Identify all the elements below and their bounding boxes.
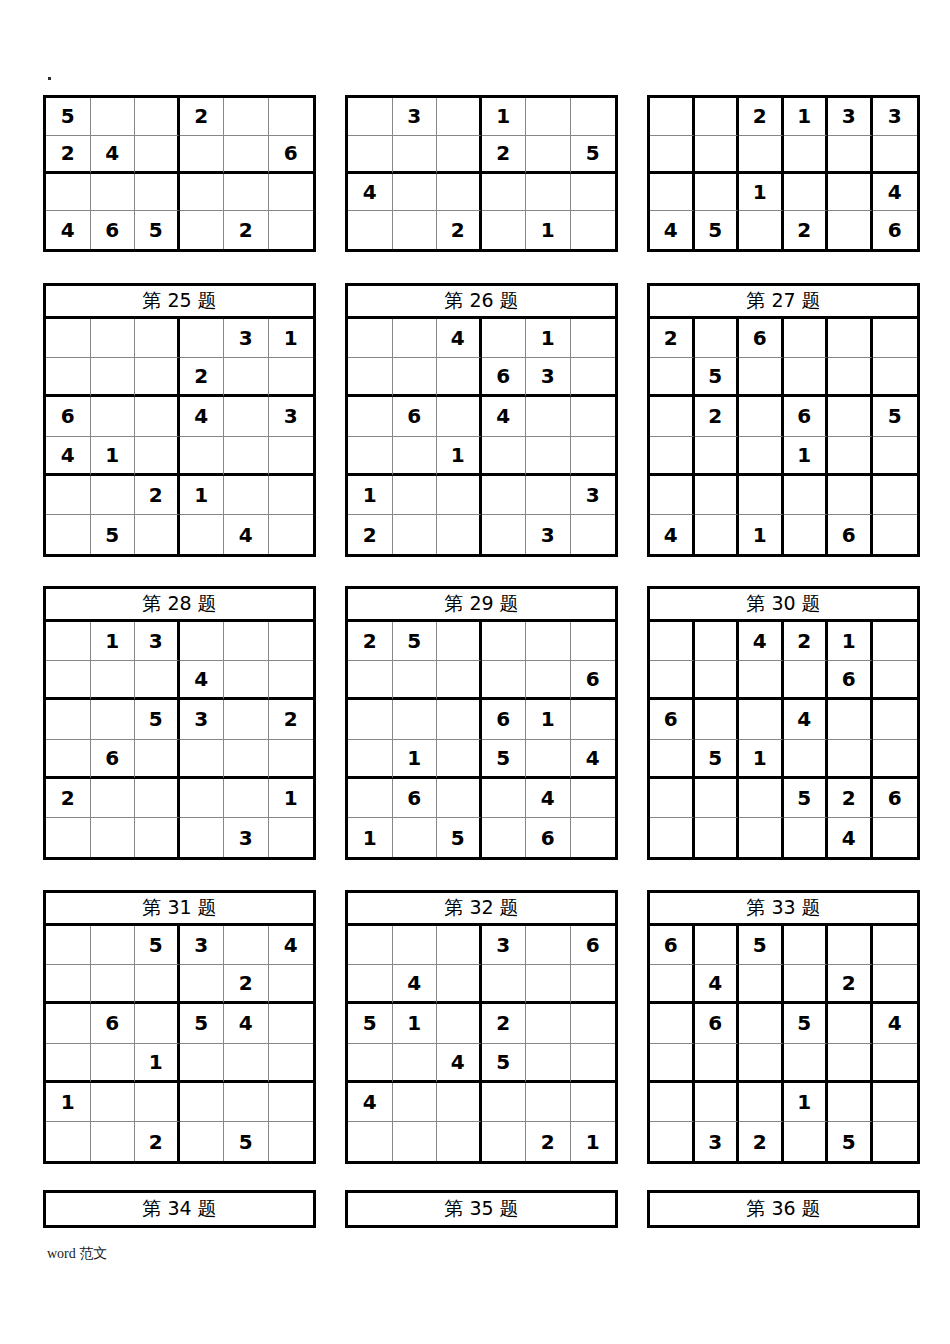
cell-r6c4[interactable]	[482, 515, 527, 554]
cell-r5c3[interactable]	[135, 1083, 180, 1122]
cell-r5c2[interactable]	[393, 476, 438, 515]
cell-r4c3[interactable]	[135, 437, 180, 476]
cell-r4c4[interactable]	[784, 1044, 829, 1083]
cell-r1c3[interactable]	[437, 622, 482, 661]
cell-r6c4[interactable]	[482, 1122, 527, 1161]
cell-r6c4[interactable]	[180, 818, 225, 857]
cell-r4c1[interactable]	[348, 740, 393, 779]
cell-r2c6[interactable]	[571, 965, 616, 1004]
cell-r2c4[interactable]	[482, 965, 527, 1004]
cell-r1c1[interactable]	[46, 319, 91, 358]
cell-r2c2[interactable]	[91, 358, 136, 397]
cell-r1c6[interactable]	[269, 98, 314, 136]
cell-r5c6[interactable]	[571, 1083, 616, 1122]
cell-r2c1[interactable]	[650, 136, 695, 174]
cell-r4c1[interactable]	[46, 740, 91, 779]
cell-r3c2[interactable]	[91, 174, 136, 212]
cell-r3c6[interactable]	[873, 700, 918, 739]
cell-r5c6[interactable]	[269, 476, 314, 515]
cell-r6c6[interactable]	[269, 818, 314, 857]
cell-r6c4[interactable]	[784, 1122, 829, 1161]
cell-r1c6[interactable]	[873, 622, 918, 661]
cell-r1c5[interactable]	[526, 98, 571, 136]
cell-r4c5[interactable]	[224, 437, 269, 476]
cell-r1c6[interactable]	[873, 926, 918, 965]
cell-r1c5[interactable]	[828, 319, 873, 358]
cell-r2c1[interactable]	[46, 358, 91, 397]
cell-r6c3[interactable]	[437, 1122, 482, 1161]
puzzle-28-title: 第 28 题	[46, 589, 313, 622]
cell-r5c1: 2	[46, 779, 91, 818]
cell-r3c5[interactable]	[828, 1004, 873, 1043]
cell-r4c1[interactable]	[348, 437, 393, 476]
cell-r3c3[interactable]	[437, 397, 482, 436]
cell-r1c1[interactable]	[650, 98, 695, 136]
cell-r2c3[interactable]	[437, 358, 482, 397]
cell-r1c5[interactable]	[828, 926, 873, 965]
cell-r2c3[interactable]	[739, 136, 784, 174]
puzzle-row-28-30: 第 28 题 1345326213 第 29 题 2566115464156 第…	[43, 586, 920, 860]
cell-r1c2[interactable]	[91, 98, 136, 136]
cell-r3c3[interactable]	[437, 174, 482, 212]
cell-r4c6[interactable]	[269, 437, 314, 476]
cell-r3c3[interactable]	[437, 1004, 482, 1043]
cell-r6c6[interactable]	[571, 818, 616, 857]
cell-r1c5[interactable]	[224, 926, 269, 965]
cell-r5c5[interactable]	[224, 779, 269, 818]
cell-r4c6[interactable]	[269, 740, 314, 779]
cell-r5c3[interactable]	[437, 1083, 482, 1122]
cell-r4c1[interactable]	[650, 740, 695, 779]
cell-r3c2[interactable]	[91, 700, 136, 739]
cell-r6c2[interactable]	[393, 1122, 438, 1161]
cell-r4c6[interactable]	[873, 1044, 918, 1083]
cell-r2c6[interactable]	[571, 358, 616, 397]
cell-r6c1[interactable]	[46, 1122, 91, 1161]
cell-r6c4[interactable]	[784, 818, 829, 857]
cell-r2c5[interactable]	[224, 136, 269, 174]
cell-r2c5[interactable]	[828, 358, 873, 397]
cell-r5c6[interactable]	[571, 779, 616, 818]
cell-r3c5[interactable]	[526, 1004, 571, 1043]
cell-r5c5[interactable]	[224, 476, 269, 515]
cell-r6c3[interactable]	[135, 515, 180, 554]
cell-r6c1[interactable]	[650, 1122, 695, 1161]
cell-r6c5: 3	[224, 818, 269, 857]
cell-r2c3[interactable]	[437, 965, 482, 1004]
cell-r2c2[interactable]	[393, 358, 438, 397]
cell-r3c6[interactable]	[269, 1004, 314, 1043]
cell-r1c2[interactable]	[91, 926, 136, 965]
cell-r1c1[interactable]	[46, 622, 91, 661]
cell-r6c2[interactable]	[91, 818, 136, 857]
cell-r5c6[interactable]	[873, 476, 918, 515]
cell-r1c2[interactable]	[91, 319, 136, 358]
cell-r4c6[interactable]	[269, 1044, 314, 1083]
cell-r3c1[interactable]	[46, 174, 91, 212]
cell-r2c3[interactable]	[739, 965, 784, 1004]
cell-r4c5[interactable]	[224, 1044, 269, 1083]
cell-r6c2[interactable]	[695, 515, 740, 554]
cell-r2c3[interactable]	[135, 965, 180, 1004]
cell-r4c3[interactable]	[739, 211, 784, 249]
cell-r5c2[interactable]	[393, 1083, 438, 1122]
cell-r2c4[interactable]	[180, 965, 225, 1004]
cell-r2c1[interactable]	[348, 965, 393, 1004]
cell-r3c4: 2	[482, 1004, 527, 1043]
cell-r3c3[interactable]	[135, 1004, 180, 1043]
cell-r5c3[interactable]	[437, 476, 482, 515]
cell-r3c5[interactable]	[526, 174, 571, 212]
cell-r5c3[interactable]	[739, 779, 784, 818]
cell-r2c4[interactable]	[482, 661, 527, 700]
cell-r1c3[interactable]	[135, 98, 180, 136]
pending-titlebars-row: 第 34 题 第 35 题 第 36 题	[43, 1190, 920, 1228]
cell-r2c3[interactable]	[437, 136, 482, 174]
cell-r3c3[interactable]	[437, 700, 482, 739]
cell-r4c1[interactable]	[650, 1044, 695, 1083]
cell-r2c6[interactable]	[873, 358, 918, 397]
cell-r6c6[interactable]	[873, 1122, 918, 1161]
cell-r5c2[interactable]	[695, 476, 740, 515]
cell-r4c6[interactable]	[269, 211, 314, 249]
cell-r3c2[interactable]	[393, 700, 438, 739]
cell-r6c6[interactable]	[269, 515, 314, 554]
cell-r4c5[interactable]	[526, 437, 571, 476]
cell-r4c1[interactable]	[348, 211, 393, 249]
cell-r5c6[interactable]	[873, 1083, 918, 1122]
cell-r2c3[interactable]	[437, 661, 482, 700]
cell-r2c2[interactable]	[91, 965, 136, 1004]
cell-r2c6[interactable]	[269, 661, 314, 700]
cell-r6c1[interactable]	[650, 818, 695, 857]
cell-r4c2[interactable]	[695, 437, 740, 476]
cell-r2c4: 4	[180, 661, 225, 700]
cell-r3c2[interactable]	[695, 174, 740, 212]
cell-r1c5[interactable]	[224, 98, 269, 136]
cell-r6c1[interactable]	[348, 1122, 393, 1161]
cell-r4c5[interactable]	[828, 437, 873, 476]
cell-r3c1[interactable]	[348, 397, 393, 436]
cell-r2c5: 6	[828, 661, 873, 700]
cell-r4c6[interactable]	[571, 1044, 616, 1083]
cell-r6c4[interactable]	[784, 515, 829, 554]
cell-r4c5[interactable]	[828, 740, 873, 779]
cell-r2c5[interactable]	[526, 136, 571, 174]
cell-r2c5[interactable]	[526, 661, 571, 700]
cell-r5c5[interactable]	[526, 476, 571, 515]
cell-r1c6[interactable]	[873, 319, 918, 358]
puzzle-31-grid: 53426541125	[46, 926, 313, 1161]
cell-r3c4[interactable]	[482, 174, 527, 212]
cell-r1c4[interactable]	[482, 622, 527, 661]
cell-r2c3[interactable]	[739, 358, 784, 397]
cell-r4c3[interactable]	[739, 1044, 784, 1083]
cell-r5c5[interactable]	[526, 1083, 571, 1122]
stray-period-mark	[48, 77, 51, 80]
cell-r1c4[interactable]	[180, 319, 225, 358]
puzzle-33: 第 33 题 65426541325	[647, 890, 920, 1164]
cell-r2c2[interactable]	[393, 136, 438, 174]
puzzle-32-title: 第 32 题	[348, 893, 615, 926]
cell-r3c3[interactable]	[739, 397, 784, 436]
cell-r2c6[interactable]	[269, 358, 314, 397]
cell-r6c4[interactable]	[482, 818, 527, 857]
cell-r5c2[interactable]	[695, 1083, 740, 1122]
cell-r3c2[interactable]	[91, 397, 136, 436]
cell-r3c5[interactable]	[224, 397, 269, 436]
cell-r2c4[interactable]	[784, 136, 829, 174]
cell-r3c5[interactable]	[828, 174, 873, 212]
cell-r1c2[interactable]	[695, 98, 740, 136]
cell-r5c3[interactable]	[437, 779, 482, 818]
cell-r2c6[interactable]	[873, 136, 918, 174]
cell-r5c1: 1	[348, 476, 393, 515]
cell-r6c3: 2	[739, 1122, 784, 1161]
cell-r3c3[interactable]	[135, 397, 180, 436]
cell-r1c2[interactable]	[695, 319, 740, 358]
cell-r3c6[interactable]	[571, 174, 616, 212]
cell-r1c2[interactable]	[695, 926, 740, 965]
cell-r5c4[interactable]	[482, 1083, 527, 1122]
cell-r2c2: 5	[695, 358, 740, 397]
cell-r4c6[interactable]	[571, 437, 616, 476]
cell-r4c4[interactable]	[180, 740, 225, 779]
cell-r6c6[interactable]	[873, 818, 918, 857]
cell-r1c1[interactable]	[650, 622, 695, 661]
cell-r2c4[interactable]	[784, 661, 829, 700]
cell-r5c3: 2	[135, 476, 180, 515]
cell-r6c2[interactable]	[91, 1122, 136, 1161]
cell-r3c6[interactable]	[269, 174, 314, 212]
cell-r6c1[interactable]	[46, 515, 91, 554]
cell-r3c4[interactable]	[784, 174, 829, 212]
cell-r5c2[interactable]	[91, 779, 136, 818]
cell-r1c6[interactable]	[571, 98, 616, 136]
cell-r2c5: 2	[224, 965, 269, 1004]
cell-r1c6[interactable]	[571, 319, 616, 358]
cell-r5c2[interactable]	[91, 1083, 136, 1122]
cell-r2c1[interactable]	[46, 661, 91, 700]
cell-r5c6[interactable]	[269, 1083, 314, 1122]
cell-r1c1[interactable]	[46, 926, 91, 965]
cell-r3c1[interactable]	[46, 1004, 91, 1043]
cell-r4c3[interactable]	[437, 740, 482, 779]
puzzle-26: 第 26 题 41636411323	[345, 283, 618, 557]
cell-r2c5[interactable]	[828, 136, 873, 174]
cell-r3c5[interactable]	[526, 397, 571, 436]
cell-r2c5[interactable]	[526, 965, 571, 1004]
cell-r2c2[interactable]	[695, 661, 740, 700]
cell-r1c4: 3	[482, 926, 527, 965]
cell-r4c1[interactable]	[348, 1044, 393, 1083]
cell-r1c2[interactable]	[393, 319, 438, 358]
cell-r1c2[interactable]	[695, 622, 740, 661]
cell-r3c6[interactable]	[571, 1004, 616, 1043]
cell-r6c3[interactable]	[135, 818, 180, 857]
cell-r5c1[interactable]	[650, 476, 695, 515]
cell-r3c5[interactable]	[224, 174, 269, 212]
cell-r4c1[interactable]	[46, 1044, 91, 1083]
cell-r4c2: 5	[695, 211, 740, 249]
cell-r4c6[interactable]	[873, 437, 918, 476]
cell-r2c4[interactable]	[784, 965, 829, 1004]
cell-r5c3[interactable]	[739, 1083, 784, 1122]
cell-r5c1[interactable]	[650, 1083, 695, 1122]
cell-r3c3[interactable]	[739, 700, 784, 739]
cell-r2c1[interactable]	[650, 358, 695, 397]
cell-r4c3[interactable]	[135, 740, 180, 779]
cell-r6c6[interactable]	[269, 1122, 314, 1161]
cell-r2c6[interactable]	[873, 661, 918, 700]
cell-r4c3[interactable]	[739, 437, 784, 476]
cell-r6c5: 3	[526, 515, 571, 554]
cell-r3c1[interactable]	[46, 700, 91, 739]
cell-r6c1[interactable]	[46, 818, 91, 857]
cell-r5c3[interactable]	[135, 779, 180, 818]
cell-r1c6[interactable]	[269, 622, 314, 661]
cell-r4c2[interactable]	[393, 437, 438, 476]
cell-r3c2[interactable]	[695, 700, 740, 739]
cell-r3c5: 4	[224, 1004, 269, 1043]
cell-r4c4[interactable]	[482, 437, 527, 476]
cell-r4c4[interactable]	[180, 211, 225, 249]
cell-r3c2[interactable]	[393, 174, 438, 212]
cell-r1c5[interactable]	[526, 926, 571, 965]
cell-r4c4[interactable]	[482, 211, 527, 249]
cell-r1c1[interactable]	[348, 319, 393, 358]
cell-r1c5[interactable]	[224, 622, 269, 661]
cell-r6c3[interactable]	[739, 818, 784, 857]
cell-r1c4[interactable]	[784, 926, 829, 965]
cell-r3c6[interactable]	[571, 397, 616, 436]
cell-r5c5[interactable]	[828, 1083, 873, 1122]
cell-r2c1[interactable]	[650, 965, 695, 1004]
cell-r2c1[interactable]	[46, 965, 91, 1004]
cell-r3c5[interactable]	[828, 397, 873, 436]
cell-r1c6[interactable]	[571, 622, 616, 661]
cell-r1c4[interactable]	[784, 319, 829, 358]
cell-r3c4[interactable]	[180, 174, 225, 212]
cell-r4c4[interactable]	[180, 1044, 225, 1083]
cell-r4c2[interactable]	[91, 1044, 136, 1083]
cell-r1c1[interactable]	[348, 98, 393, 136]
cell-r2c1[interactable]	[650, 661, 695, 700]
cell-r6c6[interactable]	[571, 515, 616, 554]
cell-r1c3[interactable]	[437, 926, 482, 965]
cell-r4c4[interactable]	[180, 437, 225, 476]
cell-r1c2[interactable]	[393, 926, 438, 965]
puzzle-25-grid: 312643412154	[46, 319, 313, 554]
cell-r4c5[interactable]	[526, 740, 571, 779]
cell-r4c5[interactable]	[224, 740, 269, 779]
cell-r1c4: 2	[180, 98, 225, 136]
cell-r4c5[interactable]	[828, 211, 873, 249]
cell-r2c2[interactable]	[695, 136, 740, 174]
cell-r5c4[interactable]	[482, 476, 527, 515]
cell-r4c2[interactable]	[695, 1044, 740, 1083]
cell-r1c4[interactable]	[180, 622, 225, 661]
cell-r2c3[interactable]	[135, 358, 180, 397]
cell-r5c5[interactable]	[224, 1083, 269, 1122]
cell-r3c3[interactable]	[135, 174, 180, 212]
cell-r6c4[interactable]	[180, 515, 225, 554]
cell-r5c4[interactable]	[784, 476, 829, 515]
cell-r2c6: 5	[571, 136, 616, 174]
cell-r5c4[interactable]	[180, 1083, 225, 1122]
cell-r4c2[interactable]	[393, 1044, 438, 1083]
cell-r3c1[interactable]	[650, 1004, 695, 1043]
cell-r3c3[interactable]	[739, 1004, 784, 1043]
cell-r1c5[interactable]	[526, 622, 571, 661]
cell-r4c4[interactable]	[784, 740, 829, 779]
cell-r2c6[interactable]	[269, 965, 314, 1004]
cell-r4c1[interactable]	[650, 437, 695, 476]
cell-r4c2[interactable]	[393, 211, 438, 249]
cell-r5c3[interactable]	[739, 476, 784, 515]
cell-r2c4[interactable]	[784, 358, 829, 397]
cell-r5c1[interactable]	[46, 476, 91, 515]
cell-r2c2[interactable]	[393, 661, 438, 700]
puzzle-28-grid: 1345326213	[46, 622, 313, 857]
cell-r5c5: 4	[526, 779, 571, 818]
cell-r2c2[interactable]	[91, 661, 136, 700]
cell-r5c1[interactable]	[348, 779, 393, 818]
cell-r3c1[interactable]	[348, 700, 393, 739]
cell-r6c6[interactable]	[873, 515, 918, 554]
cell-r3c4: 5	[784, 1004, 829, 1043]
cell-r6c4[interactable]	[180, 1122, 225, 1161]
cell-r6c2[interactable]	[695, 818, 740, 857]
cell-r2c1[interactable]	[348, 661, 393, 700]
cell-r5c5[interactable]	[828, 476, 873, 515]
cell-r2c1[interactable]	[348, 136, 393, 174]
cell-r2c6[interactable]	[873, 965, 918, 1004]
cell-r2c3[interactable]	[135, 136, 180, 174]
cell-r4c6[interactable]	[873, 740, 918, 779]
cell-r3c5[interactable]	[828, 700, 873, 739]
cell-r4c6[interactable]	[571, 211, 616, 249]
cell-r1c1[interactable]	[348, 926, 393, 965]
cell-r6c3[interactable]	[437, 515, 482, 554]
cell-r5c4[interactable]	[180, 779, 225, 818]
cell-r5c2[interactable]	[91, 476, 136, 515]
cell-r3c1: 6	[46, 397, 91, 436]
cell-r2c3[interactable]	[135, 661, 180, 700]
cell-r5c2[interactable]	[695, 779, 740, 818]
cell-r5c1[interactable]	[650, 779, 695, 818]
cell-r2c3[interactable]	[739, 661, 784, 700]
cell-r1c3: 2	[739, 98, 784, 136]
cell-r6c2[interactable]	[393, 818, 438, 857]
cell-r4c5[interactable]	[828, 1044, 873, 1083]
cell-r3c5[interactable]	[224, 700, 269, 739]
cell-r2c4[interactable]	[180, 136, 225, 174]
cell-r6c2[interactable]	[393, 515, 438, 554]
cell-r3c1[interactable]	[650, 397, 695, 436]
cell-r2c5[interactable]	[224, 358, 269, 397]
cell-r5c4[interactable]	[482, 779, 527, 818]
cell-r1c4[interactable]	[482, 319, 527, 358]
cell-r2c1[interactable]	[348, 358, 393, 397]
cell-r2c5[interactable]	[224, 661, 269, 700]
cell-r1c3[interactable]	[135, 319, 180, 358]
cell-r1c3[interactable]	[437, 98, 482, 136]
cell-r3c6[interactable]	[571, 700, 616, 739]
cell-r4c5[interactable]	[526, 1044, 571, 1083]
cell-r3c1[interactable]	[650, 174, 695, 212]
cell-r3c6: 3	[269, 397, 314, 436]
